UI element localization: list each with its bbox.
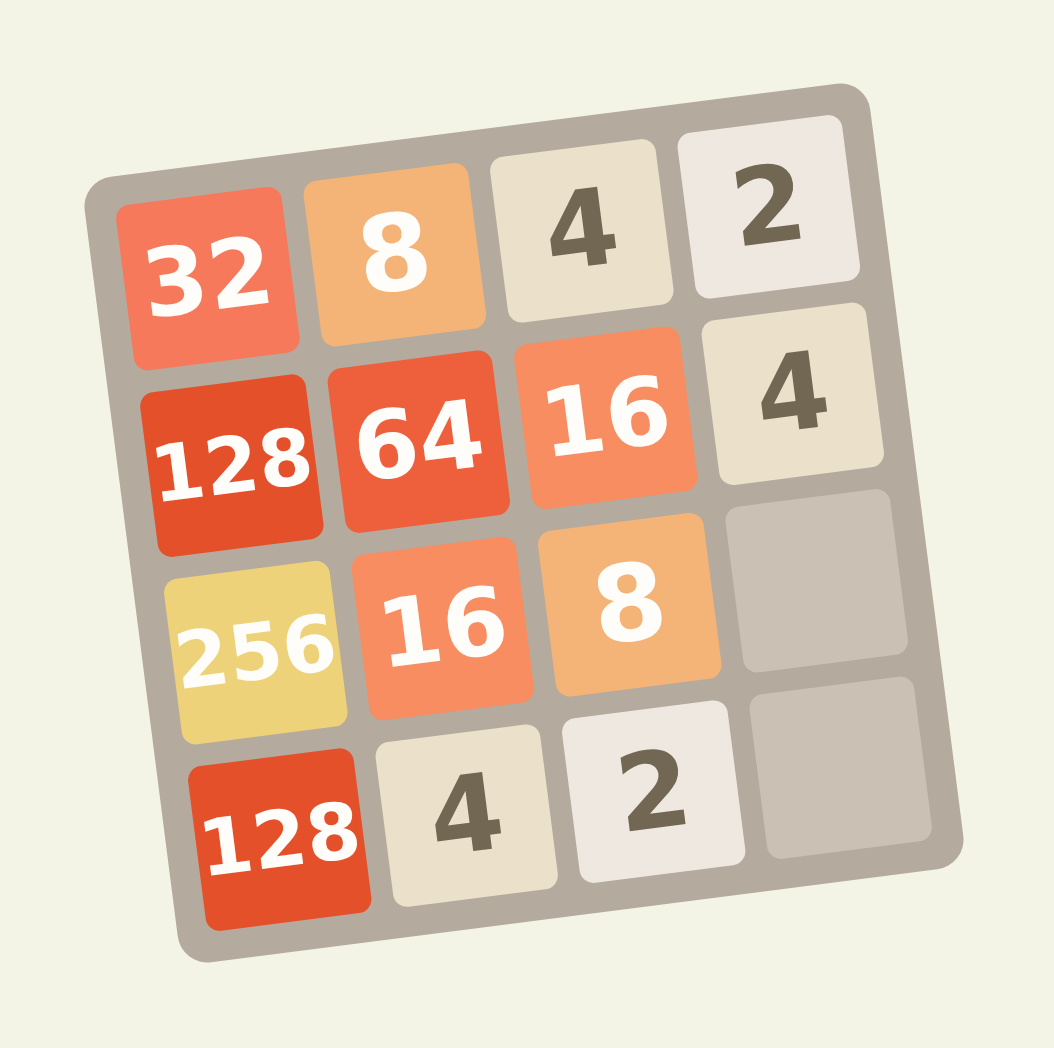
empty-cell-r4c4 [747, 674, 933, 860]
tile-4-r2c4: 4 [699, 300, 885, 486]
tile-256-r3c1: 256 [162, 559, 348, 745]
tile-2-r1c4: 2 [675, 113, 861, 299]
tile-16-r3c2: 16 [349, 535, 535, 721]
tile-2-r4c3: 2 [560, 698, 746, 884]
tile-128-r4c1: 128 [186, 746, 372, 932]
tile-32-r1c1: 32 [114, 185, 300, 371]
empty-cell-r3c4 [723, 487, 909, 673]
tile-16-r2c3: 16 [512, 324, 698, 510]
tile-128-r2c1: 128 [138, 372, 324, 558]
tile-8-r1c2: 8 [301, 161, 487, 347]
game-board-2048[interactable]: 328421286416425616812842 [81, 80, 967, 966]
tile-64-r2c2: 64 [325, 348, 511, 534]
tile-8-r3c3: 8 [536, 511, 722, 697]
tile-4-r4c2: 4 [373, 722, 559, 908]
board-grid[interactable]: 328421286416425616812842 [114, 113, 933, 932]
tile-4-r1c3: 4 [488, 137, 674, 323]
